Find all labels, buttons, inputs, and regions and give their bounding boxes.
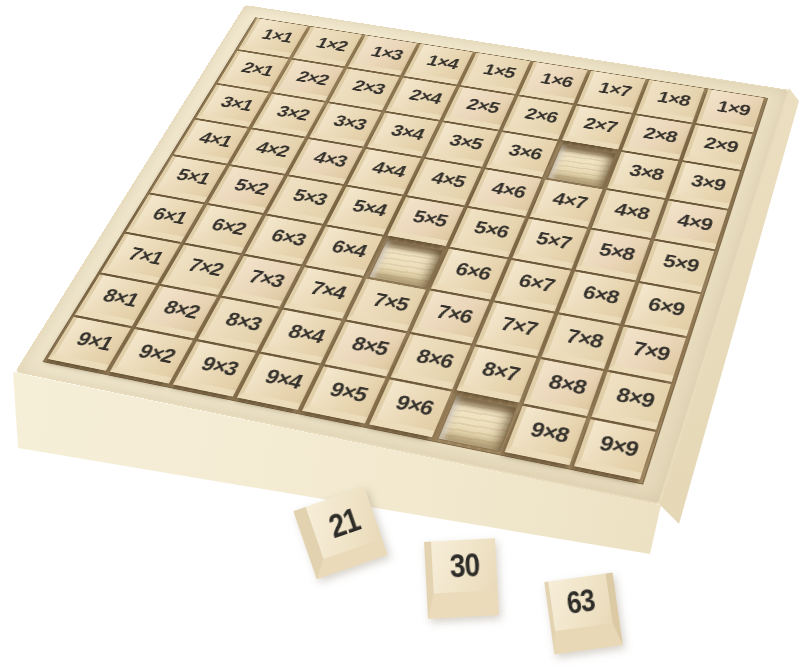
cube-label: 1×8 [655, 88, 693, 111]
cube-label: 7×1 [123, 243, 167, 269]
cube-label: 5×8 [596, 239, 637, 266]
cube-9x9[interactable]: 9×9 [574, 419, 656, 479]
cube-label: 9×4 [261, 364, 307, 394]
cube-label: 3×9 [689, 171, 729, 196]
cube-label: 3×3 [330, 111, 370, 134]
cube-label: 2×9 [702, 133, 741, 157]
cube-label: 8×2 [159, 296, 204, 324]
cube-label: 9×6 [392, 390, 438, 421]
answer-cube-21-value: 21 [324, 500, 364, 546]
answer-cube-63-top-face: 63 [548, 574, 612, 632]
cube-label: 4×8 [612, 199, 653, 225]
cube-label: 4×9 [675, 210, 715, 236]
cube-label: 6×1 [148, 203, 191, 228]
cell-r8c7: 8×7 [457, 349, 535, 404]
cube-label: 8×6 [413, 344, 458, 373]
cube-label: 7×8 [563, 324, 606, 353]
cube-label: 2×7 [581, 114, 620, 137]
cube-2x7[interactable]: 2×7 [562, 106, 632, 150]
cube-label: 5×1 [172, 165, 214, 189]
cube-label: 9×8 [527, 417, 572, 449]
cube-label: 8×9 [614, 383, 658, 414]
cube-label: 3×2 [273, 102, 313, 125]
empty-slot-r9c7 [437, 395, 517, 452]
answer-cube-30[interactable]: 30 [424, 538, 499, 619]
cube-label: 1×7 [596, 79, 634, 101]
cube-9x6[interactable]: 9×6 [369, 379, 451, 437]
cube-label: 8×3 [221, 308, 266, 336]
cell-r9c6: 9×6 [369, 382, 450, 438]
cube-label: 9×3 [196, 352, 242, 382]
cube-label: 1×5 [480, 60, 518, 82]
cube-label: 8×4 [284, 320, 329, 349]
cube-label: 2×8 [641, 124, 680, 148]
cube-label: 8×7 [479, 357, 523, 387]
cube-label: 7×4 [306, 277, 350, 304]
cube-label: 6×9 [645, 293, 687, 321]
cube-label: 3×5 [446, 131, 486, 155]
cube-label: 7×9 [630, 337, 673, 366]
cube-label: 1×9 [715, 97, 753, 120]
cube-label: 1×2 [312, 34, 350, 55]
cube-label: 9×5 [326, 377, 372, 407]
cube-label: 2×5 [463, 95, 502, 118]
cube-label: 4×5 [428, 168, 469, 193]
cell-r5c5: 5×5 [389, 199, 463, 246]
cube-label: 2×2 [293, 67, 332, 89]
cube-label: 4×1 [194, 128, 235, 151]
cube-label: 5×4 [348, 196, 390, 221]
cube-label: 8×1 [98, 284, 143, 312]
cube-label: 2×3 [349, 76, 388, 98]
cube-9x8[interactable]: 9×8 [504, 406, 586, 466]
cube-label: 4×3 [309, 148, 350, 172]
cube-label: 7×3 [244, 265, 288, 292]
cube-label: 1×3 [368, 43, 406, 64]
cube-label: 6×3 [267, 224, 310, 250]
cube-label: 6×2 [207, 214, 250, 240]
cube-label: 6×7 [516, 269, 558, 296]
photo-stage: 1×11×21×31×41×51×61×71×81×92×12×22×32×42… [0, 0, 800, 666]
cube-label: 5×6 [470, 217, 512, 243]
cube-label: 3×8 [627, 161, 667, 186]
cube-label: 9×9 [597, 430, 642, 462]
cube-label: 1×1 [258, 26, 296, 47]
cube-label: 3×4 [387, 121, 427, 144]
cube-label: 6×6 [452, 258, 495, 285]
answer-cube-30-body: 30 [424, 538, 499, 619]
cell-r2c7: 2×7 [562, 108, 631, 151]
cube-label: 9×1 [71, 327, 117, 356]
answer-cube-30-top-face: 30 [431, 538, 498, 593]
cube-label: 3×1 [216, 93, 256, 116]
cube-label: 6×4 [328, 235, 371, 261]
cube-label: 1×4 [423, 52, 461, 74]
cube-label: 7×6 [433, 300, 477, 328]
cube-label: 8×8 [546, 370, 590, 400]
cube-label: 5×2 [230, 175, 272, 200]
cube-label: 9×2 [133, 339, 179, 368]
cube-label: 2×1 [237, 59, 276, 81]
answer-cube-63[interactable]: 63 [544, 573, 622, 655]
cube-label: 5×5 [409, 206, 451, 232]
cube-label: 2×4 [406, 86, 445, 108]
cube-label: 4×4 [368, 158, 409, 182]
answer-cube-63-value: 63 [564, 583, 596, 622]
cube-label: 5×3 [289, 185, 331, 210]
cube-label: 5×7 [533, 228, 575, 254]
answer-cube-63-body: 63 [544, 573, 622, 655]
cube-label: 3×6 [505, 141, 545, 165]
cube-label: 2×6 [522, 104, 561, 127]
cube-label: 8×5 [348, 332, 393, 361]
cube-label: 6×8 [580, 281, 622, 309]
cube-label: 4×6 [488, 178, 529, 203]
cube-label: 4×7 [550, 189, 591, 214]
cell-r9c8: 9×8 [505, 408, 585, 466]
cube-label: 7×7 [497, 312, 540, 341]
cube-label: 7×2 [183, 254, 227, 281]
answer-cube-30-value: 30 [449, 546, 480, 585]
cube-label: 1×6 [538, 69, 576, 91]
cube-label: 5×9 [660, 250, 701, 277]
cube-label: 4×2 [252, 138, 293, 162]
cube-8x7[interactable]: 8×7 [456, 346, 536, 402]
cell-r9c9: 9×9 [575, 422, 655, 481]
cube-label: 7×5 [369, 288, 413, 316]
